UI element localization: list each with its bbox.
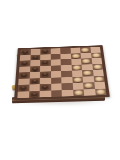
board-square xyxy=(95,88,107,95)
board-grid xyxy=(17,47,106,98)
checker-piece-light xyxy=(92,53,100,58)
checker-piece-dark xyxy=(30,91,39,96)
checker-piece-dark xyxy=(21,50,29,54)
board-square xyxy=(40,90,51,97)
board-scene xyxy=(5,15,117,127)
checker-piece-dark xyxy=(41,49,49,53)
checker-piece-dark xyxy=(31,67,39,72)
board-square xyxy=(62,89,73,96)
board-square xyxy=(17,91,28,98)
checker-piece-light xyxy=(74,90,83,95)
checker-piece-dark xyxy=(30,79,38,84)
product-photo xyxy=(0,0,120,160)
checker-piece-light xyxy=(81,48,89,52)
checker-piece-dark xyxy=(19,85,28,90)
checker-piece-light xyxy=(72,65,80,70)
checker-piece-dark xyxy=(41,72,49,77)
checker-piece-light xyxy=(95,76,104,81)
checker-piece-dark xyxy=(41,85,49,90)
board-square xyxy=(73,89,85,96)
checker-piece-light xyxy=(83,71,92,76)
checker-piece-dark xyxy=(31,55,39,60)
checker-piece-light xyxy=(93,64,101,69)
checker-piece-light xyxy=(84,83,93,88)
checker-piece-light xyxy=(96,89,105,94)
checker-piece-dark xyxy=(41,60,49,65)
board-square xyxy=(84,89,96,96)
checkers-board xyxy=(14,45,110,100)
checker-piece-light xyxy=(72,54,80,59)
checker-piece-dark xyxy=(21,61,29,66)
checker-piece-dark xyxy=(20,73,28,78)
checker-piece-light xyxy=(73,77,82,82)
board-square xyxy=(28,91,39,98)
board-square xyxy=(51,90,62,97)
checker-piece-light xyxy=(82,59,90,64)
